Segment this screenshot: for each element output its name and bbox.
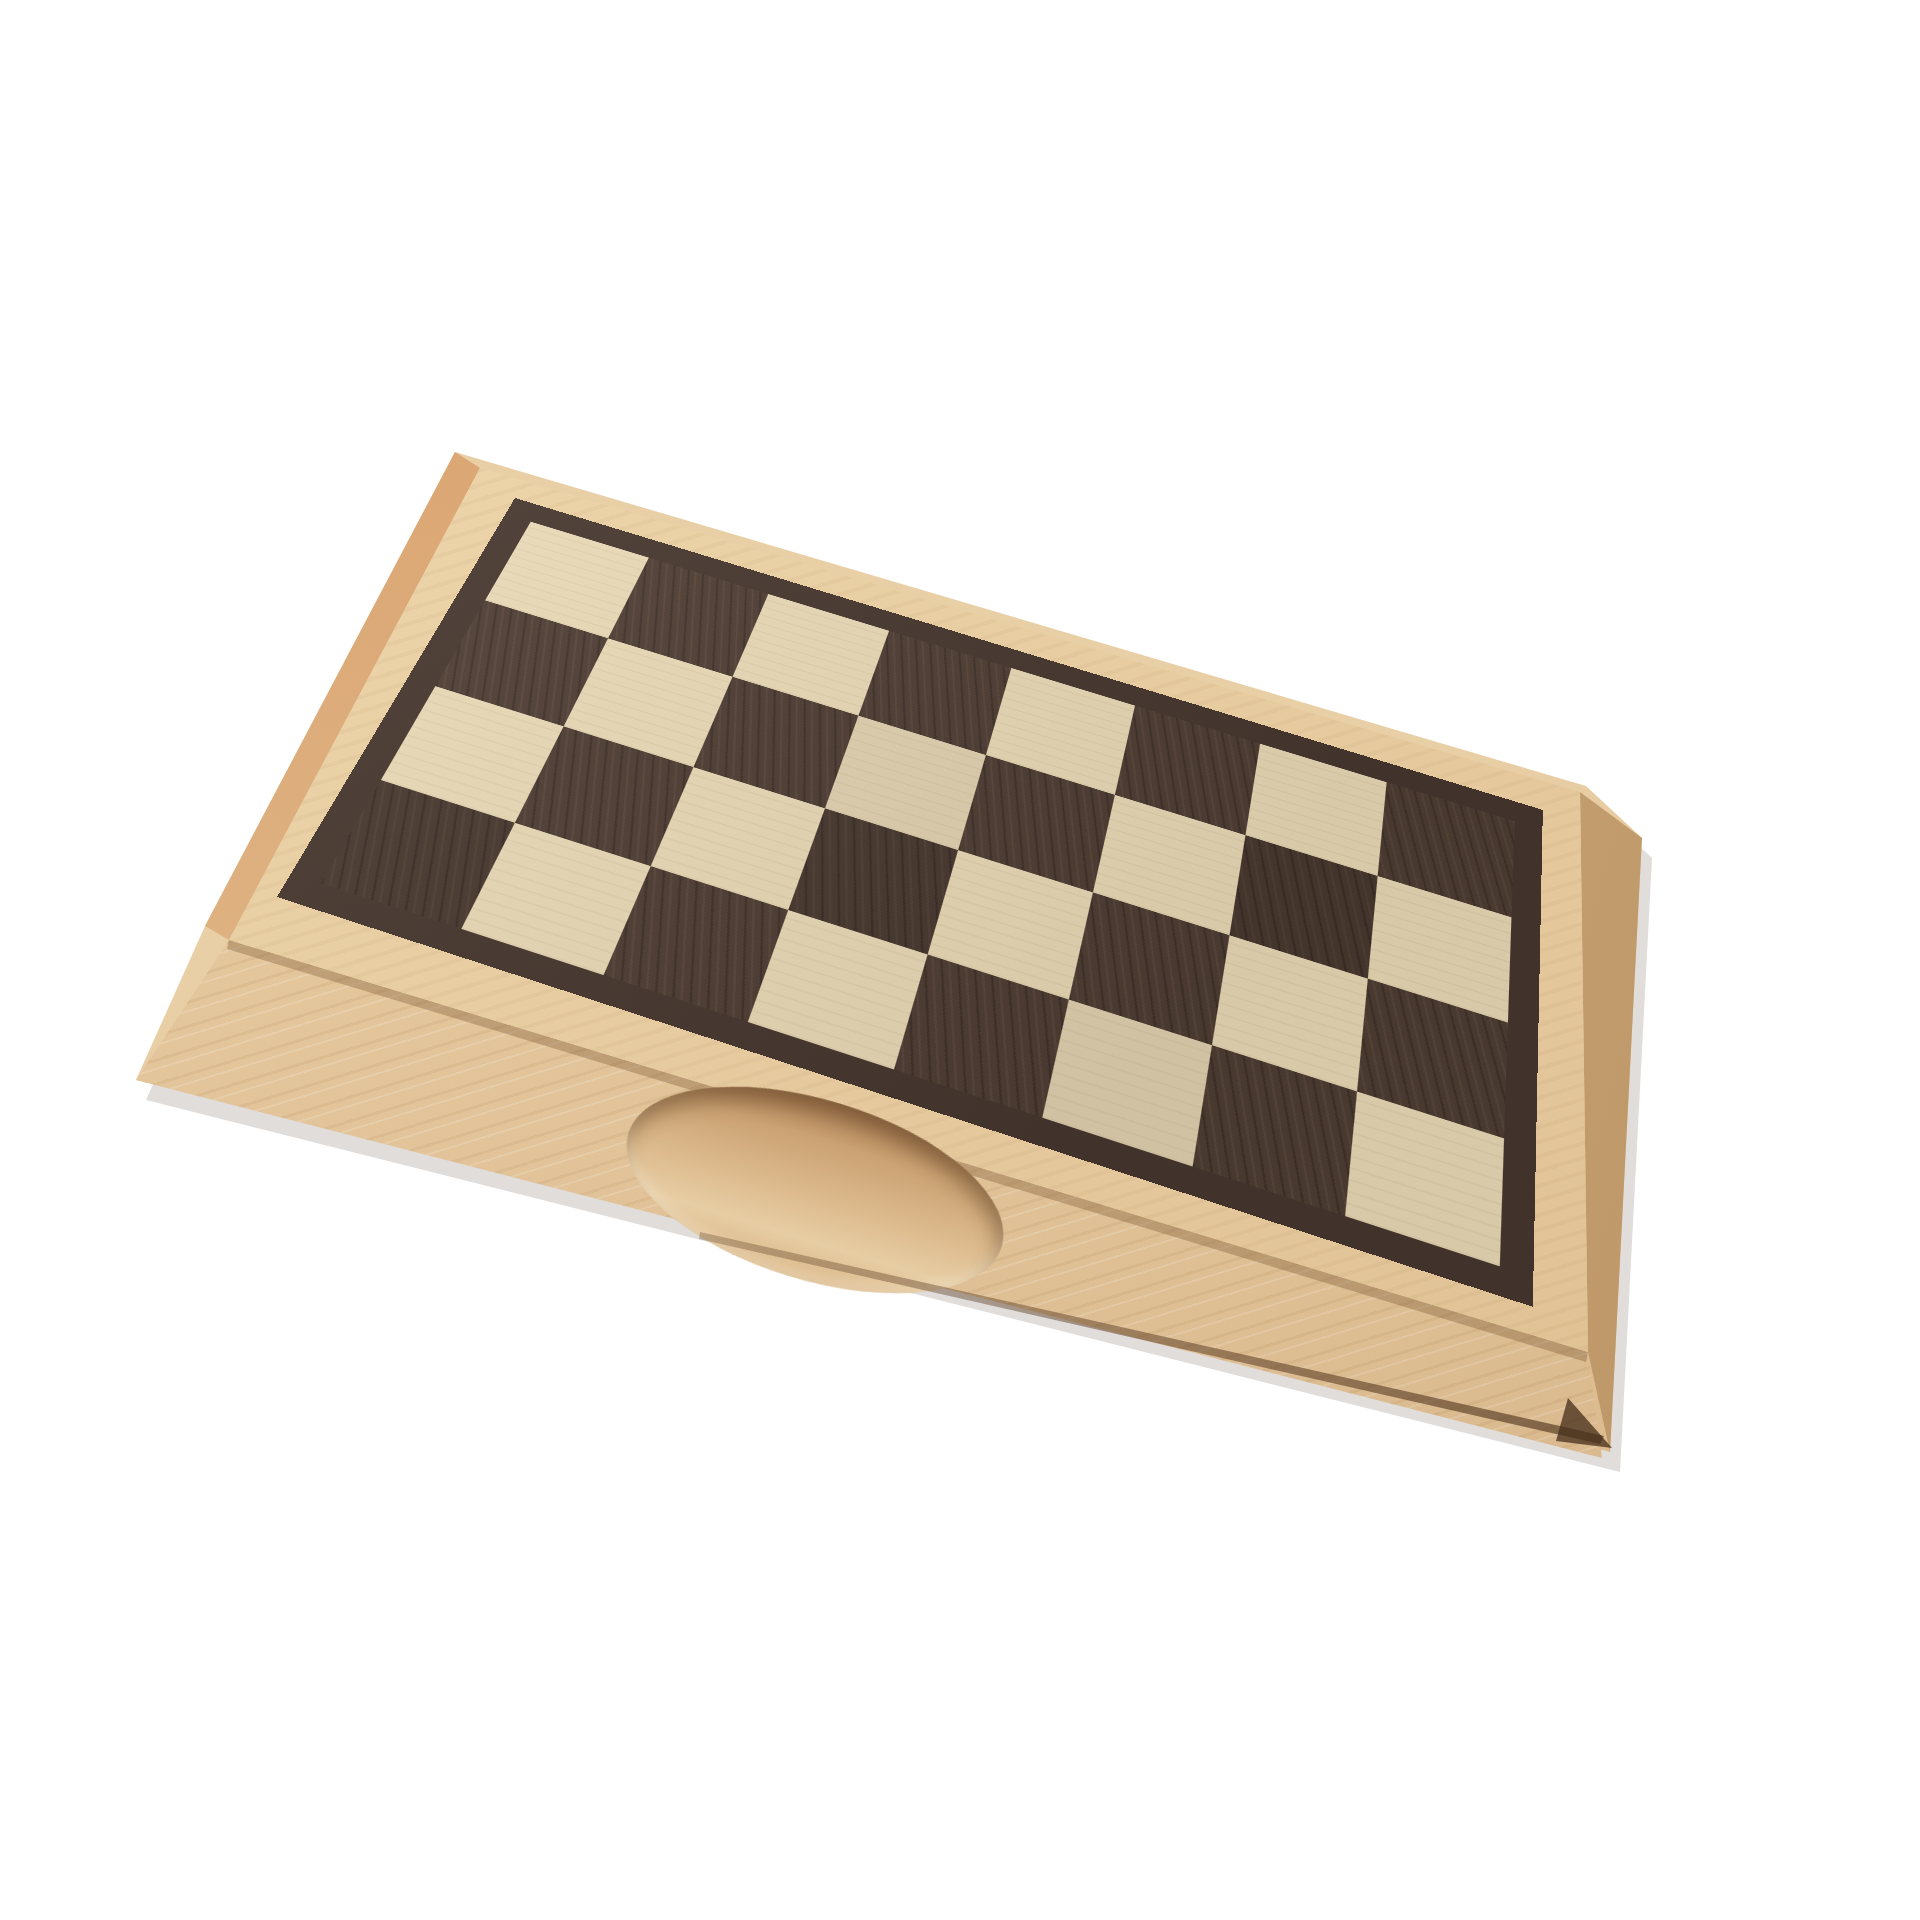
product-photo-scene [0,0,1920,1920]
